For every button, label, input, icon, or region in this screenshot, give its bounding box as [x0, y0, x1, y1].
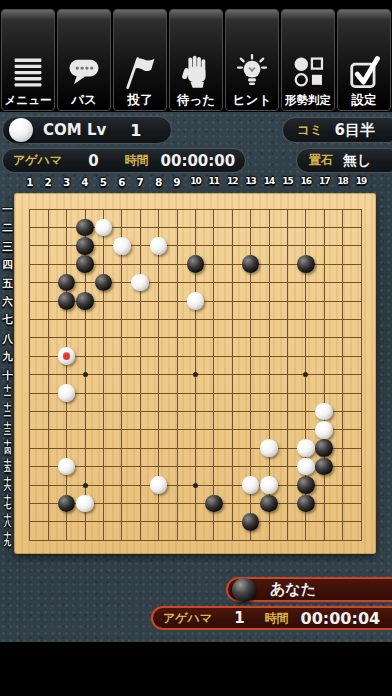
- col-label-2: 2: [38, 176, 58, 188]
- grid-line-vertical: [103, 209, 104, 541]
- row-label-12: 十二: [0, 404, 15, 417]
- top-strip: [0, 0, 392, 8]
- black-player-panel: あなた: [226, 577, 392, 602]
- undo-button[interactable]: 待った: [169, 9, 223, 111]
- row-label-16: 十六: [0, 478, 15, 491]
- row-label-3: 三: [0, 240, 15, 252]
- handicap-value: 無し: [343, 152, 371, 170]
- col-label-8: 8: [149, 176, 169, 188]
- grid-line-vertical: [48, 209, 49, 541]
- grid-line-vertical: [140, 209, 141, 541]
- grid-line-horizontal: [30, 429, 362, 430]
- black-stone: [297, 476, 315, 494]
- menu-button[interactable]: メニュー: [1, 9, 55, 111]
- judge-label: 形勢判定: [285, 93, 331, 107]
- undo-label: 待った: [177, 93, 215, 107]
- col-label-9: 9: [167, 176, 187, 188]
- menu-icon: [9, 54, 47, 93]
- handicap-label: 置石: [309, 152, 333, 169]
- star-point: [193, 483, 198, 488]
- go-app-screen: メニュー パス 投了 待った ヒント 形勢判定: [0, 0, 392, 696]
- black-stone: [76, 255, 94, 273]
- hint-button[interactable]: ヒント: [225, 9, 279, 111]
- white-captures-value: 0: [88, 152, 98, 170]
- col-label-4: 4: [75, 176, 95, 188]
- col-label-17: 17: [314, 176, 334, 186]
- black-stone: [297, 255, 315, 273]
- star-point: [303, 372, 308, 377]
- col-label-12: 12: [222, 176, 242, 186]
- row-label-19: 十九: [0, 533, 15, 546]
- go-board[interactable]: [14, 193, 376, 554]
- last-move-marker: [63, 352, 71, 360]
- row-label-11: 十一: [0, 386, 15, 399]
- black-stone: [260, 495, 278, 513]
- grid-line-horizontal: [30, 411, 362, 412]
- komi-value: 6目半: [335, 121, 375, 140]
- black-stone: [76, 237, 94, 255]
- white-stone: [150, 476, 168, 494]
- col-label-14: 14: [259, 176, 279, 186]
- grid-line-horizontal: [30, 282, 362, 283]
- menu-label: メニュー: [5, 93, 52, 107]
- toolbar: メニュー パス 投了 待った ヒント 形勢判定: [0, 8, 392, 112]
- grid-line-vertical: [324, 209, 325, 541]
- black-stone: [242, 513, 260, 531]
- grid-line-vertical: [177, 209, 178, 541]
- white-stone-icon: [9, 118, 33, 142]
- settings-button[interactable]: 設定: [337, 9, 391, 111]
- white-stone: [58, 347, 76, 365]
- black-captures-time-panel: アゲハマ 1 時間 00:00:04: [151, 606, 392, 630]
- black-time-label: 時間: [265, 610, 289, 627]
- white-stone: [187, 292, 205, 310]
- row-label-9: 九: [0, 350, 15, 362]
- row-label-14: 十四: [0, 441, 15, 454]
- white-stone: [58, 458, 76, 476]
- row-label-13: 十三: [0, 423, 15, 436]
- white-player-panel: COM Lv 1: [2, 116, 172, 144]
- white-stone: [150, 237, 168, 255]
- white-stone: [315, 403, 333, 421]
- row-label-7: 七: [0, 313, 15, 325]
- bottom-black-area: [0, 642, 392, 696]
- black-stone: [315, 439, 333, 457]
- resign-label: 投了: [128, 93, 153, 107]
- row-label-6: 六: [0, 295, 15, 307]
- star-point: [83, 372, 88, 377]
- row-label-4: 四: [0, 258, 15, 270]
- grid-line-vertical: [29, 209, 30, 541]
- col-label-1: 1: [20, 176, 40, 188]
- black-stone: [58, 495, 76, 513]
- black-stone: [76, 292, 94, 310]
- lightbulb-icon: [233, 54, 271, 93]
- col-label-15: 15: [277, 176, 297, 186]
- grid-line-vertical: [342, 209, 343, 541]
- row-label-17: 十七: [0, 496, 15, 509]
- col-label-18: 18: [333, 176, 353, 186]
- grid-line-horizontal: [30, 393, 362, 394]
- col-label-5: 5: [93, 176, 113, 188]
- pass-label: パス: [71, 93, 97, 107]
- star-point: [193, 372, 198, 377]
- grid-line-vertical: [361, 209, 362, 541]
- grid-line-horizontal: [30, 337, 362, 338]
- black-time-value: 00:00:04: [301, 609, 381, 628]
- white-stone: [58, 384, 76, 402]
- col-label-7: 7: [130, 176, 150, 188]
- grid-line-horizontal: [30, 540, 362, 541]
- judge-button[interactable]: 形勢判定: [281, 9, 335, 111]
- komi-panel: コミ 6目半: [282, 117, 392, 143]
- grid-line-vertical: [213, 209, 214, 541]
- black-captures-value: 1: [234, 609, 244, 627]
- row-label-5: 五: [0, 277, 15, 289]
- black-stone: [95, 274, 113, 292]
- black-stone: [58, 292, 76, 310]
- white-stone: [242, 476, 260, 494]
- white-stone: [315, 421, 333, 439]
- col-label-13: 13: [241, 176, 261, 186]
- row-label-2: 二: [0, 221, 15, 233]
- resign-button[interactable]: 投了: [113, 9, 167, 111]
- speech-bubble-icon: [65, 54, 103, 93]
- white-stone: [260, 439, 278, 457]
- white-player-name: COM Lv: [43, 121, 106, 139]
- white-captures-label: アゲハマ: [13, 152, 62, 169]
- checkbox-icon: [345, 54, 383, 93]
- grid-line-vertical: [66, 209, 67, 541]
- black-player-name: あなた: [270, 580, 316, 599]
- handicap-panel: 置石 無し: [296, 148, 392, 173]
- row-label-18: 十八: [0, 515, 15, 528]
- row-label-1: 一: [0, 203, 15, 215]
- black-stone-icon: [232, 578, 256, 602]
- settings-label: 設定: [352, 93, 377, 107]
- black-stone: [187, 255, 205, 273]
- hint-label: ヒント: [233, 93, 271, 107]
- black-captures-label: アゲハマ: [163, 610, 212, 627]
- white-stone: [131, 274, 149, 292]
- col-label-10: 10: [185, 176, 205, 186]
- white-stone: [297, 458, 315, 476]
- col-label-16: 16: [296, 176, 316, 186]
- komi-label: コミ: [297, 122, 323, 139]
- shapes-icon: [289, 54, 327, 93]
- white-stone: [76, 495, 94, 513]
- grid-line-horizontal: [30, 319, 362, 320]
- white-stone: [297, 439, 315, 457]
- black-stone: [205, 495, 223, 513]
- white-captures-time-panel: アゲハマ 0 時間 00:00:00: [2, 148, 246, 173]
- row-label-10: 十: [0, 369, 15, 381]
- col-label-6: 6: [112, 176, 132, 188]
- grid-line-horizontal: [30, 521, 362, 522]
- grid-line-horizontal: [30, 209, 362, 210]
- col-label-3: 3: [57, 176, 77, 188]
- grid-line-vertical: [121, 209, 122, 541]
- col-label-19: 19: [351, 176, 371, 186]
- grid-line-horizontal: [30, 356, 362, 357]
- black-stone: [58, 274, 76, 292]
- flag-icon: [121, 54, 159, 93]
- grid-line-vertical: [232, 209, 233, 541]
- white-time-label: 時間: [125, 152, 149, 169]
- pass-button[interactable]: パス: [57, 9, 111, 111]
- white-stone: [260, 476, 278, 494]
- row-label-15: 十五: [0, 460, 15, 473]
- col-label-11: 11: [204, 176, 224, 186]
- grid-line-vertical: [287, 209, 288, 541]
- com-level-value: 1: [130, 121, 141, 140]
- white-stone: [113, 237, 131, 255]
- white-time-value: 00:00:00: [161, 152, 236, 170]
- star-point: [83, 483, 88, 488]
- black-stone: [76, 219, 94, 237]
- black-stone: [297, 495, 315, 513]
- black-stone: [315, 458, 333, 476]
- white-stone: [95, 219, 113, 237]
- hand-icon: [177, 54, 215, 93]
- black-stone: [242, 255, 260, 273]
- row-label-8: 八: [0, 332, 15, 344]
